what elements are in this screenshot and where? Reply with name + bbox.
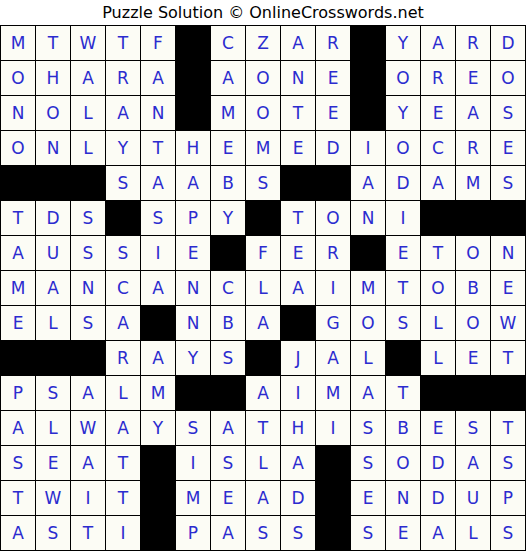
letter-cell-r12c8: T bbox=[246, 411, 280, 445]
letter-cell-r6c12: I bbox=[386, 201, 420, 235]
black-cell-r10c3 bbox=[71, 341, 105, 375]
black-cell-r10c12 bbox=[386, 341, 420, 375]
black-cell-r14c5 bbox=[141, 481, 175, 515]
black-cell-r11c13 bbox=[421, 376, 455, 410]
letter-cell-r4c3: L bbox=[71, 131, 105, 165]
letter-cell-r3c10: E bbox=[316, 96, 350, 130]
letter-cell-r10c14: E bbox=[456, 341, 490, 375]
letter-cell-r4c8: M bbox=[246, 131, 280, 165]
black-cell-r7c11 bbox=[351, 236, 385, 270]
letter-cell-r8c6: N bbox=[176, 271, 210, 305]
black-cell-r10c1 bbox=[1, 341, 35, 375]
black-cell-r5c9 bbox=[281, 166, 315, 200]
letter-cell-r3c7: M bbox=[211, 96, 245, 130]
letter-cell-r12c5: Y bbox=[141, 411, 175, 445]
letter-cell-r4c12: O bbox=[386, 131, 420, 165]
letter-cell-r1c9: A bbox=[281, 26, 315, 60]
letter-cell-r10c11: L bbox=[351, 341, 385, 375]
letter-cell-r1c15: D bbox=[491, 26, 525, 60]
letter-cell-r13c14: A bbox=[456, 446, 490, 480]
letter-cell-r14c2: W bbox=[36, 481, 70, 515]
letter-cell-r12c14: S bbox=[456, 411, 490, 445]
black-cell-r13c10 bbox=[316, 446, 350, 480]
black-cell-r7c7 bbox=[211, 236, 245, 270]
black-cell-r14c10 bbox=[316, 481, 350, 515]
black-cell-r6c8 bbox=[246, 201, 280, 235]
letter-cell-r7c1: A bbox=[1, 236, 35, 270]
letter-cell-r6c9: T bbox=[281, 201, 315, 235]
letter-cell-r1c3: W bbox=[71, 26, 105, 60]
letter-cell-r9c10: G bbox=[316, 306, 350, 340]
letter-cell-r5c12: D bbox=[386, 166, 420, 200]
letter-cell-r7c3: S bbox=[71, 236, 105, 270]
letter-cell-r15c13: A bbox=[421, 516, 455, 550]
letter-cell-r7c12: E bbox=[386, 236, 420, 270]
letter-cell-r14c1: T bbox=[1, 481, 35, 515]
letter-cell-r7c10: R bbox=[316, 236, 350, 270]
letter-cell-r2c12: O bbox=[386, 61, 420, 95]
letter-cell-r14c7: E bbox=[211, 481, 245, 515]
letter-cell-r3c9: T bbox=[281, 96, 315, 130]
letter-cell-r1c8: Z bbox=[246, 26, 280, 60]
letter-cell-r4c13: C bbox=[421, 131, 455, 165]
letter-cell-r3c13: E bbox=[421, 96, 455, 130]
letter-cell-r7c15: N bbox=[491, 236, 525, 270]
letter-cell-r4c10: D bbox=[316, 131, 350, 165]
letter-cell-r10c6: Y bbox=[176, 341, 210, 375]
letter-cell-r3c14: A bbox=[456, 96, 490, 130]
letter-cell-r12c10: I bbox=[316, 411, 350, 445]
letter-cell-r15c8: S bbox=[246, 516, 280, 550]
letter-cell-r13c9: A bbox=[281, 446, 315, 480]
black-cell-r13c5 bbox=[141, 446, 175, 480]
black-cell-r2c6 bbox=[176, 61, 210, 95]
letter-cell-r9c3: S bbox=[71, 306, 105, 340]
letter-cell-r8c1: M bbox=[1, 271, 35, 305]
black-cell-r11c14 bbox=[456, 376, 490, 410]
letter-cell-r11c2: S bbox=[36, 376, 70, 410]
letter-cell-r6c2: D bbox=[36, 201, 70, 235]
letter-cell-r3c1: N bbox=[1, 96, 35, 130]
letter-cell-r11c10: M bbox=[316, 376, 350, 410]
letter-cell-r8c3: N bbox=[71, 271, 105, 305]
letter-cell-r3c5: N bbox=[141, 96, 175, 130]
black-cell-r1c6 bbox=[176, 26, 210, 60]
letter-cell-r15c2: S bbox=[36, 516, 70, 550]
black-cell-r11c15 bbox=[491, 376, 525, 410]
letter-cell-r5c15: S bbox=[491, 166, 525, 200]
letter-cell-r9c2: L bbox=[36, 306, 70, 340]
letter-cell-r11c8: A bbox=[246, 376, 280, 410]
black-cell-r1c11 bbox=[351, 26, 385, 60]
black-cell-r10c8 bbox=[246, 341, 280, 375]
letter-cell-r4c2: N bbox=[36, 131, 70, 165]
letter-cell-r2c1: O bbox=[1, 61, 35, 95]
letter-cell-r1c13: A bbox=[421, 26, 455, 60]
letter-cell-r9c15: W bbox=[491, 306, 525, 340]
black-cell-r6c15 bbox=[491, 201, 525, 235]
letter-cell-r6c6: P bbox=[176, 201, 210, 235]
letter-cell-r2c10: E bbox=[316, 61, 350, 95]
letter-cell-r6c5: S bbox=[141, 201, 175, 235]
letter-cell-r15c4: I bbox=[106, 516, 140, 550]
letter-cell-r12c12: B bbox=[386, 411, 420, 445]
letter-cell-r12c2: L bbox=[36, 411, 70, 445]
letter-cell-r8c9: A bbox=[281, 271, 315, 305]
letter-cell-r1c1: M bbox=[1, 26, 35, 60]
letter-cell-r4c9: E bbox=[281, 131, 315, 165]
letter-cell-r4c5: T bbox=[141, 131, 175, 165]
letter-cell-r5c8: S bbox=[246, 166, 280, 200]
letter-cell-r15c9: S bbox=[281, 516, 315, 550]
letter-cell-r1c7: C bbox=[211, 26, 245, 60]
letter-cell-r13c7: S bbox=[211, 446, 245, 480]
letter-cell-r15c14: L bbox=[456, 516, 490, 550]
letter-cell-r9c14: O bbox=[456, 306, 490, 340]
puzzle-solution-page: Puzzle Solution © OnlineCrosswords.net M… bbox=[0, 0, 526, 551]
letter-cell-r4c4: Y bbox=[106, 131, 140, 165]
letter-cell-r13c12: O bbox=[386, 446, 420, 480]
letter-cell-r2c7: A bbox=[211, 61, 245, 95]
letter-cell-r3c3: L bbox=[71, 96, 105, 130]
letter-cell-r7c14: O bbox=[456, 236, 490, 270]
letter-cell-r11c5: M bbox=[141, 376, 175, 410]
letter-cell-r1c4: T bbox=[106, 26, 140, 60]
black-cell-r6c4 bbox=[106, 201, 140, 235]
letter-cell-r12c6: S bbox=[176, 411, 210, 445]
letter-cell-r13c4: T bbox=[106, 446, 140, 480]
letter-cell-r2c3: A bbox=[71, 61, 105, 95]
letter-cell-r6c3: S bbox=[71, 201, 105, 235]
letter-cell-r11c3: A bbox=[71, 376, 105, 410]
letter-cell-r11c9: I bbox=[281, 376, 315, 410]
letter-cell-r11c4: L bbox=[106, 376, 140, 410]
letter-cell-r14c13: D bbox=[421, 481, 455, 515]
letter-cell-r7c5: I bbox=[141, 236, 175, 270]
black-cell-r11c7 bbox=[211, 376, 245, 410]
letter-cell-r9c12: S bbox=[386, 306, 420, 340]
letter-cell-r3c4: A bbox=[106, 96, 140, 130]
black-cell-r3c11 bbox=[351, 96, 385, 130]
letter-cell-r5c14: M bbox=[456, 166, 490, 200]
black-cell-r6c14 bbox=[456, 201, 490, 235]
black-cell-r5c1 bbox=[1, 166, 35, 200]
letter-cell-r4c6: H bbox=[176, 131, 210, 165]
letter-cell-r10c10: A bbox=[316, 341, 350, 375]
black-cell-r3c6 bbox=[176, 96, 210, 130]
black-cell-r5c2 bbox=[36, 166, 70, 200]
letter-cell-r8c5: A bbox=[141, 271, 175, 305]
letter-cell-r9c11: O bbox=[351, 306, 385, 340]
letter-cell-r14c8: A bbox=[246, 481, 280, 515]
letter-cell-r15c15: S bbox=[491, 516, 525, 550]
letter-cell-r8c10: I bbox=[316, 271, 350, 305]
letter-cell-r15c1: A bbox=[1, 516, 35, 550]
letter-cell-r10c4: R bbox=[106, 341, 140, 375]
letter-cell-r9c6: N bbox=[176, 306, 210, 340]
letter-cell-r9c13: L bbox=[421, 306, 455, 340]
letter-cell-r11c11: A bbox=[351, 376, 385, 410]
black-cell-r15c5 bbox=[141, 516, 175, 550]
letter-cell-r10c15: T bbox=[491, 341, 525, 375]
letter-cell-r13c8: L bbox=[246, 446, 280, 480]
letter-cell-r12c7: A bbox=[211, 411, 245, 445]
letter-cell-r9c1: E bbox=[1, 306, 35, 340]
letter-cell-r2c4: R bbox=[106, 61, 140, 95]
letter-cell-r13c1: S bbox=[1, 446, 35, 480]
black-cell-r5c3 bbox=[71, 166, 105, 200]
letter-cell-r2c15: O bbox=[491, 61, 525, 95]
letter-cell-r13c2: E bbox=[36, 446, 70, 480]
letter-cell-r5c11: A bbox=[351, 166, 385, 200]
letter-cell-r12c1: A bbox=[1, 411, 35, 445]
title-bar: Puzzle Solution © OnlineCrosswords.net bbox=[0, 0, 526, 25]
letter-cell-r13c11: S bbox=[351, 446, 385, 480]
letter-cell-r2c13: R bbox=[421, 61, 455, 95]
black-cell-r15c10 bbox=[316, 516, 350, 550]
letter-cell-r7c4: S bbox=[106, 236, 140, 270]
letter-cell-r10c7: S bbox=[211, 341, 245, 375]
black-cell-r6c13 bbox=[421, 201, 455, 235]
letter-cell-r8c13: O bbox=[421, 271, 455, 305]
letter-cell-r6c10: O bbox=[316, 201, 350, 235]
letter-cell-r5c13: A bbox=[421, 166, 455, 200]
black-cell-r11c6 bbox=[176, 376, 210, 410]
letter-cell-r4c11: I bbox=[351, 131, 385, 165]
letter-cell-r4c14: R bbox=[456, 131, 490, 165]
letter-cell-r8c8: L bbox=[246, 271, 280, 305]
letter-cell-r14c11: E bbox=[351, 481, 385, 515]
black-cell-r2c11 bbox=[351, 61, 385, 95]
letter-cell-r6c1: T bbox=[1, 201, 35, 235]
letter-cell-r1c2: T bbox=[36, 26, 70, 60]
letter-cell-r15c7: A bbox=[211, 516, 245, 550]
black-cell-r9c9 bbox=[281, 306, 315, 340]
letter-cell-r11c1: P bbox=[1, 376, 35, 410]
letter-cell-r13c3: A bbox=[71, 446, 105, 480]
letter-cell-r3c15: S bbox=[491, 96, 525, 130]
letter-cell-r9c4: A bbox=[106, 306, 140, 340]
black-cell-r9c5 bbox=[141, 306, 175, 340]
letter-cell-r14c14: U bbox=[456, 481, 490, 515]
letter-cell-r9c8: A bbox=[246, 306, 280, 340]
letter-cell-r15c3: T bbox=[71, 516, 105, 550]
letter-cell-r12c4: A bbox=[106, 411, 140, 445]
letter-cell-r13c15: S bbox=[491, 446, 525, 480]
letter-cell-r2c14: E bbox=[456, 61, 490, 95]
letter-cell-r3c2: O bbox=[36, 96, 70, 130]
letter-cell-r8c4: C bbox=[106, 271, 140, 305]
letter-cell-r5c6: A bbox=[176, 166, 210, 200]
letter-cell-r15c12: E bbox=[386, 516, 420, 550]
letter-cell-r7c6: E bbox=[176, 236, 210, 270]
letter-cell-r14c6: M bbox=[176, 481, 210, 515]
letter-cell-r7c2: U bbox=[36, 236, 70, 270]
letter-cell-r8c2: A bbox=[36, 271, 70, 305]
letter-cell-r6c11: N bbox=[351, 201, 385, 235]
letter-cell-r7c13: T bbox=[421, 236, 455, 270]
letter-cell-r10c9: J bbox=[281, 341, 315, 375]
letter-cell-r2c8: O bbox=[246, 61, 280, 95]
letter-cell-r8c7: C bbox=[211, 271, 245, 305]
letter-cell-r6c7: Y bbox=[211, 201, 245, 235]
letter-cell-r7c8: F bbox=[246, 236, 280, 270]
letter-cell-r1c14: R bbox=[456, 26, 490, 60]
letter-cell-r7c9: E bbox=[281, 236, 315, 270]
letter-cell-r12c13: E bbox=[421, 411, 455, 445]
letter-cell-r12c11: S bbox=[351, 411, 385, 445]
letter-cell-r13c13: D bbox=[421, 446, 455, 480]
crossword-grid: MTWTFCZARYARDOHARAAONEOREONOLANMOTEYEASO… bbox=[0, 25, 526, 551]
letter-cell-r4c1: O bbox=[1, 131, 35, 165]
letter-cell-r4c15: E bbox=[491, 131, 525, 165]
letter-cell-r12c15: T bbox=[491, 411, 525, 445]
letter-cell-r8c14: B bbox=[456, 271, 490, 305]
letter-cell-r15c6: P bbox=[176, 516, 210, 550]
letter-cell-r5c4: S bbox=[106, 166, 140, 200]
letter-cell-r14c15: P bbox=[491, 481, 525, 515]
page-title: Puzzle Solution © OnlineCrosswords.net bbox=[102, 0, 424, 25]
letter-cell-r9c7: B bbox=[211, 306, 245, 340]
letter-cell-r2c5: A bbox=[141, 61, 175, 95]
letter-cell-r12c3: W bbox=[71, 411, 105, 445]
letter-cell-r8c12: T bbox=[386, 271, 420, 305]
letter-cell-r14c4: T bbox=[106, 481, 140, 515]
letter-cell-r11c12: T bbox=[386, 376, 420, 410]
letter-cell-r2c9: N bbox=[281, 61, 315, 95]
letter-cell-r3c8: O bbox=[246, 96, 280, 130]
letter-cell-r2c2: H bbox=[36, 61, 70, 95]
letter-cell-r12c9: H bbox=[281, 411, 315, 445]
letter-cell-r5c5: A bbox=[141, 166, 175, 200]
letter-cell-r13c6: I bbox=[176, 446, 210, 480]
black-cell-r10c2 bbox=[36, 341, 70, 375]
letter-cell-r1c12: Y bbox=[386, 26, 420, 60]
letter-cell-r3c12: Y bbox=[386, 96, 420, 130]
letter-cell-r1c5: F bbox=[141, 26, 175, 60]
letter-cell-r8c11: M bbox=[351, 271, 385, 305]
letter-cell-r15c11: S bbox=[351, 516, 385, 550]
letter-cell-r1c10: R bbox=[316, 26, 350, 60]
black-cell-r5c10 bbox=[316, 166, 350, 200]
letter-cell-r14c12: N bbox=[386, 481, 420, 515]
letter-cell-r8c15: E bbox=[491, 271, 525, 305]
letter-cell-r14c3: I bbox=[71, 481, 105, 515]
letter-cell-r14c9: D bbox=[281, 481, 315, 515]
letter-cell-r5c7: B bbox=[211, 166, 245, 200]
letter-cell-r4c7: E bbox=[211, 131, 245, 165]
letter-cell-r10c13: L bbox=[421, 341, 455, 375]
letter-cell-r10c5: A bbox=[141, 341, 175, 375]
